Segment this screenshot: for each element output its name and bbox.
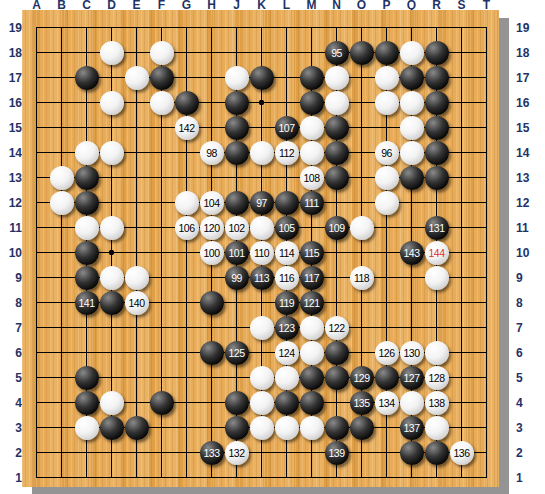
intersection[interactable] <box>324 290 349 315</box>
intersection[interactable] <box>24 415 49 440</box>
intersection[interactable] <box>24 240 49 265</box>
intersection[interactable] <box>324 265 349 290</box>
intersection[interactable] <box>149 415 174 440</box>
intersection[interactable]: 130 <box>399 340 424 365</box>
intersection[interactable]: 122 <box>324 315 349 340</box>
intersection[interactable] <box>474 240 499 265</box>
intersection[interactable]: 107 <box>274 115 299 140</box>
intersection[interactable] <box>199 290 224 315</box>
intersection[interactable] <box>74 390 99 415</box>
intersection[interactable] <box>199 40 224 65</box>
intersection[interactable] <box>399 115 424 140</box>
intersection[interactable] <box>324 190 349 215</box>
intersection[interactable] <box>24 215 49 240</box>
intersection[interactable] <box>474 390 499 415</box>
intersection[interactable] <box>424 115 449 140</box>
intersection[interactable] <box>149 365 174 390</box>
intersection[interactable] <box>124 240 149 265</box>
intersection[interactable] <box>124 115 149 140</box>
intersection[interactable] <box>224 90 249 115</box>
intersection[interactable] <box>124 340 149 365</box>
intersection[interactable] <box>74 115 99 140</box>
intersection[interactable] <box>449 290 474 315</box>
intersection[interactable] <box>99 290 124 315</box>
intersection[interactable] <box>149 340 174 365</box>
intersection[interactable] <box>24 140 49 165</box>
intersection[interactable] <box>99 465 124 490</box>
intersection[interactable] <box>149 215 174 240</box>
intersection[interactable]: 100 <box>199 240 224 265</box>
intersection[interactable] <box>174 390 199 415</box>
intersection[interactable] <box>424 90 449 115</box>
intersection[interactable]: 111 <box>299 190 324 215</box>
intersection[interactable] <box>149 265 174 290</box>
intersection[interactable] <box>299 440 324 465</box>
intersection[interactable]: 121 <box>299 290 324 315</box>
intersection[interactable]: 97 <box>249 190 274 215</box>
intersection[interactable] <box>249 115 274 140</box>
intersection[interactable] <box>324 340 349 365</box>
intersection[interactable] <box>274 390 299 415</box>
intersection[interactable] <box>474 40 499 65</box>
intersection[interactable] <box>199 415 224 440</box>
intersection[interactable] <box>299 215 324 240</box>
intersection[interactable] <box>74 365 99 390</box>
intersection[interactable] <box>449 65 474 90</box>
intersection[interactable] <box>224 315 249 340</box>
intersection[interactable] <box>324 65 349 90</box>
intersection[interactable] <box>349 190 374 215</box>
intersection[interactable] <box>349 140 374 165</box>
intersection[interactable] <box>324 240 349 265</box>
intersection[interactable] <box>224 40 249 65</box>
intersection[interactable] <box>74 40 99 65</box>
intersection[interactable] <box>74 215 99 240</box>
intersection[interactable] <box>349 290 374 315</box>
intersection[interactable] <box>374 90 399 115</box>
intersection[interactable] <box>224 290 249 315</box>
intersection[interactable] <box>124 65 149 90</box>
intersection[interactable] <box>324 390 349 415</box>
intersection[interactable]: 118 <box>349 265 374 290</box>
intersection[interactable] <box>99 90 124 115</box>
intersection[interactable]: 127 <box>399 365 424 390</box>
intersection[interactable] <box>374 165 399 190</box>
intersection[interactable] <box>49 190 74 215</box>
intersection[interactable] <box>474 140 499 165</box>
intersection[interactable] <box>24 265 49 290</box>
intersection[interactable] <box>299 415 324 440</box>
intersection[interactable] <box>124 190 149 215</box>
intersection[interactable] <box>324 15 349 40</box>
intersection[interactable] <box>299 465 324 490</box>
intersection[interactable]: 143 <box>399 240 424 265</box>
intersection[interactable]: 116 <box>274 265 299 290</box>
intersection[interactable] <box>124 465 149 490</box>
intersection[interactable] <box>249 390 274 415</box>
intersection[interactable] <box>299 90 324 115</box>
intersection[interactable] <box>349 415 374 440</box>
intersection[interactable] <box>474 165 499 190</box>
intersection[interactable] <box>199 165 224 190</box>
intersection[interactable] <box>199 315 224 340</box>
intersection[interactable]: 101 <box>224 240 249 265</box>
intersection[interactable] <box>449 315 474 340</box>
intersection[interactable] <box>324 415 349 440</box>
intersection[interactable] <box>399 465 424 490</box>
intersection[interactable] <box>24 90 49 115</box>
intersection[interactable] <box>349 15 374 40</box>
intersection[interactable] <box>99 440 124 465</box>
intersection[interactable] <box>449 240 474 265</box>
intersection[interactable] <box>249 315 274 340</box>
intersection[interactable]: 95 <box>324 40 349 65</box>
intersection[interactable] <box>149 315 174 340</box>
intersection[interactable] <box>224 390 249 415</box>
intersection[interactable] <box>149 190 174 215</box>
intersection[interactable] <box>374 265 399 290</box>
intersection[interactable] <box>49 315 74 340</box>
intersection[interactable] <box>49 65 74 90</box>
intersection[interactable]: 139 <box>324 440 349 465</box>
intersection[interactable] <box>399 165 424 190</box>
intersection[interactable] <box>299 340 324 365</box>
intersection[interactable] <box>474 90 499 115</box>
intersection[interactable] <box>74 165 99 190</box>
intersection[interactable]: 98 <box>199 140 224 165</box>
intersection[interactable] <box>474 315 499 340</box>
intersection[interactable] <box>149 65 174 90</box>
intersection[interactable] <box>24 40 49 65</box>
intersection[interactable] <box>424 65 449 90</box>
intersection[interactable] <box>474 440 499 465</box>
intersection[interactable]: 137 <box>399 415 424 440</box>
intersection[interactable] <box>299 365 324 390</box>
intersection[interactable] <box>49 390 74 415</box>
intersection[interactable] <box>99 240 124 265</box>
go-board[interactable]: 9514210798112961081049711110612010210510… <box>22 10 499 487</box>
intersection[interactable] <box>424 140 449 165</box>
intersection[interactable] <box>24 365 49 390</box>
intersection[interactable] <box>424 340 449 365</box>
intersection[interactable] <box>374 240 399 265</box>
intersection[interactable]: 105 <box>274 215 299 240</box>
intersection[interactable]: 132 <box>224 440 249 465</box>
intersection[interactable] <box>224 165 249 190</box>
intersection[interactable]: 129 <box>349 365 374 390</box>
intersection[interactable]: 142 <box>174 115 199 140</box>
intersection[interactable] <box>349 40 374 65</box>
intersection[interactable] <box>24 315 49 340</box>
intersection[interactable] <box>474 290 499 315</box>
intersection[interactable] <box>74 190 99 215</box>
intersection[interactable] <box>374 115 399 140</box>
intersection[interactable] <box>349 240 374 265</box>
intersection[interactable] <box>299 315 324 340</box>
intersection[interactable]: 141 <box>74 290 99 315</box>
intersection[interactable] <box>24 165 49 190</box>
intersection[interactable]: 114 <box>274 240 299 265</box>
intersection[interactable] <box>99 215 124 240</box>
intersection[interactable] <box>24 190 49 215</box>
intersection[interactable] <box>49 290 74 315</box>
intersection[interactable] <box>399 40 424 65</box>
intersection[interactable] <box>249 340 274 365</box>
intersection[interactable] <box>99 15 124 40</box>
intersection[interactable] <box>474 190 499 215</box>
intersection[interactable] <box>49 340 74 365</box>
intersection[interactable] <box>224 190 249 215</box>
intersection[interactable] <box>24 390 49 415</box>
intersection[interactable] <box>124 215 149 240</box>
intersection[interactable]: 115 <box>299 240 324 265</box>
intersection[interactable] <box>49 365 74 390</box>
intersection[interactable] <box>249 365 274 390</box>
intersection[interactable] <box>99 165 124 190</box>
intersection[interactable] <box>324 140 349 165</box>
intersection[interactable] <box>174 190 199 215</box>
intersection[interactable] <box>49 440 74 465</box>
intersection[interactable]: 124 <box>274 340 299 365</box>
intersection[interactable]: 138 <box>424 390 449 415</box>
intersection[interactable] <box>374 315 399 340</box>
intersection[interactable] <box>199 90 224 115</box>
intersection[interactable] <box>124 415 149 440</box>
intersection[interactable] <box>449 415 474 440</box>
intersection[interactable] <box>449 90 474 115</box>
intersection[interactable] <box>74 65 99 90</box>
intersection[interactable] <box>174 165 199 190</box>
intersection[interactable] <box>374 190 399 215</box>
intersection[interactable] <box>324 465 349 490</box>
intersection[interactable]: 108 <box>299 165 324 190</box>
intersection[interactable]: 126 <box>374 340 399 365</box>
intersection[interactable] <box>299 65 324 90</box>
intersection[interactable] <box>74 15 99 40</box>
intersection[interactable] <box>49 15 74 40</box>
intersection[interactable] <box>449 340 474 365</box>
intersection[interactable] <box>374 65 399 90</box>
intersection[interactable] <box>399 315 424 340</box>
intersection[interactable] <box>174 65 199 90</box>
intersection[interactable] <box>49 115 74 140</box>
intersection[interactable]: 133 <box>199 440 224 465</box>
intersection[interactable] <box>74 140 99 165</box>
intersection[interactable] <box>249 140 274 165</box>
intersection[interactable] <box>299 390 324 415</box>
intersection[interactable] <box>174 40 199 65</box>
intersection[interactable] <box>149 290 174 315</box>
intersection[interactable] <box>174 240 199 265</box>
intersection[interactable] <box>349 215 374 240</box>
intersection[interactable] <box>224 465 249 490</box>
intersection[interactable] <box>124 165 149 190</box>
intersection[interactable] <box>349 115 374 140</box>
intersection[interactable] <box>124 440 149 465</box>
intersection[interactable] <box>449 115 474 140</box>
intersection[interactable] <box>24 290 49 315</box>
intersection[interactable] <box>374 365 399 390</box>
intersection[interactable]: 117 <box>299 265 324 290</box>
intersection[interactable] <box>349 465 374 490</box>
intersection[interactable] <box>99 40 124 65</box>
intersection[interactable] <box>199 365 224 390</box>
intersection[interactable]: 128 <box>424 365 449 390</box>
intersection[interactable] <box>249 15 274 40</box>
intersection[interactable] <box>99 190 124 215</box>
intersection[interactable] <box>174 90 199 115</box>
intersection[interactable] <box>424 290 449 315</box>
intersection[interactable] <box>224 365 249 390</box>
intersection[interactable] <box>24 440 49 465</box>
intersection[interactable] <box>149 240 174 265</box>
intersection[interactable] <box>399 140 424 165</box>
intersection[interactable] <box>474 265 499 290</box>
intersection[interactable] <box>374 290 399 315</box>
intersection[interactable] <box>349 165 374 190</box>
intersection[interactable] <box>274 465 299 490</box>
intersection[interactable] <box>249 165 274 190</box>
intersection[interactable] <box>224 140 249 165</box>
intersection[interactable] <box>449 40 474 65</box>
intersection[interactable] <box>74 340 99 365</box>
intersection[interactable] <box>274 415 299 440</box>
intersection[interactable] <box>249 65 274 90</box>
intersection[interactable] <box>174 140 199 165</box>
intersection[interactable] <box>149 140 174 165</box>
intersection[interactable] <box>449 15 474 40</box>
intersection[interactable] <box>249 90 274 115</box>
intersection[interactable] <box>349 340 374 365</box>
intersection[interactable] <box>349 90 374 115</box>
intersection[interactable] <box>249 40 274 65</box>
intersection[interactable]: 104 <box>199 190 224 215</box>
intersection[interactable] <box>49 215 74 240</box>
intersection[interactable] <box>224 15 249 40</box>
intersection[interactable] <box>199 115 224 140</box>
intersection[interactable] <box>74 265 99 290</box>
intersection[interactable] <box>274 15 299 40</box>
intersection[interactable] <box>299 15 324 40</box>
intersection[interactable] <box>374 465 399 490</box>
intersection[interactable] <box>99 315 124 340</box>
intersection[interactable] <box>424 315 449 340</box>
intersection[interactable] <box>449 215 474 240</box>
intersection[interactable] <box>124 390 149 415</box>
intersection[interactable] <box>449 140 474 165</box>
intersection[interactable] <box>24 15 49 40</box>
intersection[interactable] <box>124 15 149 40</box>
intersection[interactable] <box>474 340 499 365</box>
intersection[interactable] <box>74 415 99 440</box>
intersection[interactable] <box>474 15 499 40</box>
intersection[interactable] <box>49 465 74 490</box>
intersection[interactable]: 131 <box>424 215 449 240</box>
intersection[interactable] <box>149 115 174 140</box>
intersection[interactable]: 123 <box>274 315 299 340</box>
intersection[interactable] <box>324 165 349 190</box>
intersection[interactable] <box>274 40 299 65</box>
intersection[interactable] <box>299 115 324 140</box>
intersection[interactable] <box>224 115 249 140</box>
intersection[interactable]: 120 <box>199 215 224 240</box>
intersection[interactable] <box>449 165 474 190</box>
intersection[interactable] <box>424 440 449 465</box>
intersection[interactable] <box>49 165 74 190</box>
intersection[interactable] <box>124 140 149 165</box>
intersection[interactable] <box>274 440 299 465</box>
intersection[interactable] <box>99 265 124 290</box>
intersection[interactable]: 110 <box>249 240 274 265</box>
intersection[interactable] <box>424 265 449 290</box>
intersection[interactable] <box>474 465 499 490</box>
intersection[interactable] <box>24 115 49 140</box>
intersection[interactable] <box>474 415 499 440</box>
intersection[interactable] <box>374 440 399 465</box>
intersection[interactable] <box>199 15 224 40</box>
intersection[interactable] <box>399 65 424 90</box>
intersection[interactable] <box>224 415 249 440</box>
intersection[interactable] <box>399 15 424 40</box>
intersection[interactable] <box>99 390 124 415</box>
intersection[interactable] <box>399 215 424 240</box>
intersection[interactable] <box>99 365 124 390</box>
intersection[interactable] <box>374 40 399 65</box>
intersection[interactable]: 136 <box>449 440 474 465</box>
intersection[interactable] <box>49 40 74 65</box>
intersection[interactable]: 134 <box>374 390 399 415</box>
intersection[interactable] <box>149 90 174 115</box>
intersection[interactable] <box>199 65 224 90</box>
intersection[interactable] <box>274 190 299 215</box>
intersection[interactable] <box>174 290 199 315</box>
intersection[interactable]: 119 <box>274 290 299 315</box>
intersection[interactable] <box>324 90 349 115</box>
intersection[interactable] <box>149 165 174 190</box>
intersection[interactable] <box>149 465 174 490</box>
intersection[interactable]: 125 <box>224 340 249 365</box>
intersection[interactable] <box>199 265 224 290</box>
intersection[interactable]: 140 <box>124 290 149 315</box>
intersection[interactable] <box>374 415 399 440</box>
intersection[interactable] <box>374 215 399 240</box>
intersection[interactable] <box>299 40 324 65</box>
intersection[interactable] <box>424 415 449 440</box>
intersection[interactable] <box>449 265 474 290</box>
intersection[interactable] <box>49 265 74 290</box>
intersection[interactable] <box>474 65 499 90</box>
intersection[interactable] <box>249 465 274 490</box>
intersection[interactable] <box>124 265 149 290</box>
intersection[interactable]: 135 <box>349 390 374 415</box>
intersection[interactable] <box>399 290 424 315</box>
intersection[interactable] <box>424 465 449 490</box>
intersection[interactable] <box>399 265 424 290</box>
intersection[interactable] <box>399 90 424 115</box>
intersection[interactable] <box>324 365 349 390</box>
intersection[interactable] <box>399 440 424 465</box>
intersection[interactable] <box>199 390 224 415</box>
intersection[interactable] <box>424 190 449 215</box>
intersection[interactable] <box>124 315 149 340</box>
intersection[interactable] <box>99 65 124 90</box>
intersection[interactable] <box>274 365 299 390</box>
intersection[interactable] <box>174 340 199 365</box>
intersection[interactable] <box>149 15 174 40</box>
intersection[interactable] <box>274 165 299 190</box>
intersection[interactable] <box>449 190 474 215</box>
intersection[interactable] <box>124 40 149 65</box>
